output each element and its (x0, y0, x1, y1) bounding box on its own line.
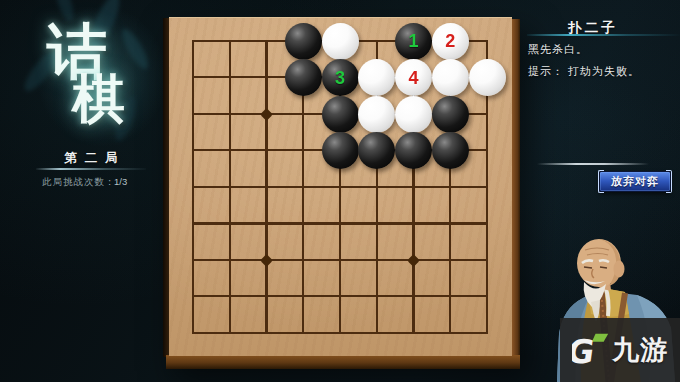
stone-white (432, 59, 469, 96)
stone-black (358, 132, 395, 169)
move-number-label: 3 (335, 69, 345, 87)
stone-white (322, 23, 359, 60)
move-number-label: 1 (408, 32, 418, 50)
move-number-label: 2 (445, 32, 455, 50)
round-label: 第二局 (18, 150, 164, 167)
attempts-value: 1/3 (114, 176, 127, 187)
attempts-label: 此局挑战次数： (42, 176, 116, 189)
move-number-label: 4 (408, 69, 418, 87)
stone-black (432, 132, 469, 169)
stone-white-move-4: 4 (395, 59, 432, 96)
hint-text: 提示： 打劫为失败。 (528, 64, 640, 79)
nine-game-logo-icon: G (572, 332, 610, 368)
stone-black (285, 59, 322, 96)
board-right-bevel (512, 19, 520, 358)
game-screen: 诘 棋 第二局 此局挑战次数： 1/3 1234 扑二子 黑先杀白。 提示： 打… (0, 0, 680, 382)
objective-text: 黑先杀白。 (528, 42, 588, 57)
watermark-band: G 九游 (560, 318, 680, 382)
stone-white (358, 59, 395, 96)
stone-black (285, 23, 322, 60)
stone-black-move-3: 3 (322, 59, 359, 96)
button-divider (537, 163, 649, 165)
resign-button[interactable]: 放弃对弈 (599, 171, 671, 192)
stone-black (322, 132, 359, 169)
stone-black (432, 96, 469, 133)
brand-text: 九游 (613, 332, 669, 368)
go-board: 1234 (163, 17, 520, 369)
stone-white (395, 96, 432, 133)
stone-black-move-1: 1 (395, 23, 432, 60)
stone-black (322, 96, 359, 133)
title-divider (527, 34, 680, 36)
stone-white (469, 59, 506, 96)
board-bottom-bevel (166, 355, 520, 369)
left-divider (36, 168, 146, 170)
stone-white-move-2: 2 (432, 23, 469, 60)
stone-black (395, 132, 432, 169)
stone-white (358, 96, 395, 133)
mode-title-char-qi: 棋 (72, 64, 125, 136)
svg-text:G: G (572, 333, 597, 368)
board-surface[interactable]: 1234 (169, 17, 512, 356)
